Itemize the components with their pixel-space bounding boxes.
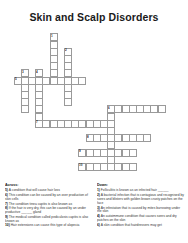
- grid-cell[interactable]: [64, 98, 72, 106]
- grid-cell[interactable]: [78, 77, 86, 85]
- clue-number-marker: 5: [15, 77, 17, 80]
- clue-text: A bacterial infection that is contagious…: [97, 193, 184, 204]
- clue-item: 3) An infestation that is caused by mite…: [97, 205, 185, 213]
- crossword-grid: 12345678910: [0, 0, 188, 183]
- grid-cell[interactable]: [129, 149, 137, 157]
- clue-number-marker: 2: [65, 48, 67, 51]
- clue-number-marker: 4: [36, 70, 38, 73]
- down-clue-list: 1) Folliculitis is known as an infected …: [97, 188, 185, 226]
- clue-text: Folliculitis is known as an infected hai…: [101, 188, 169, 192]
- clue-item: 5) A condition that will cause hair loss: [5, 188, 93, 192]
- across-clues: Across: 5) A condition that will cause h…: [5, 183, 93, 228]
- clue-item: 4) An autoimmune condition that causes s…: [97, 214, 185, 222]
- clue-item: 2) A bacterial infection that is contagi…: [97, 193, 185, 205]
- clue-number-marker: 3: [22, 70, 24, 73]
- clue-number-marker: 1: [51, 34, 53, 37]
- clue-number-marker: 7: [36, 120, 38, 123]
- grid-cell[interactable]: [21, 105, 29, 113]
- clue-item: 9) The medical condition called pediculo…: [5, 215, 93, 223]
- clue-item: 10) Hair extensions can cause this type …: [5, 223, 93, 227]
- clue-text: Hair extensions can cause this type of a…: [11, 223, 80, 227]
- clue-item: 1) Folliculitis is known as an infected …: [97, 188, 185, 192]
- clue-text: An autoimmune condition that causes sore…: [97, 214, 177, 221]
- clue-item: 6) A skin condition that hairdressers ma…: [97, 222, 185, 226]
- clue-number-marker: 8: [87, 135, 89, 138]
- clue-number-marker: 6: [108, 106, 110, 109]
- across-header: Across:: [5, 183, 93, 187]
- clue-text: A skin condition that hairdressers may g…: [101, 222, 162, 226]
- clue-number-marker: 10: [79, 163, 82, 166]
- down-clues: Down: 1) Folliculitis is known as an inf…: [97, 183, 185, 227]
- clue-text: An infestation that is caused by mites b…: [97, 205, 180, 212]
- down-header: Down:: [97, 183, 185, 187]
- across-clue-list: 5) A condition that will cause hair loss…: [5, 188, 93, 227]
- clue-text: The medical condition called pediculosis…: [5, 215, 88, 222]
- clue-text: The condition tinea capitis is also know…: [9, 201, 72, 205]
- clue-item: 8) If the hair is very dry, this can be …: [5, 206, 93, 214]
- grid-cell[interactable]: [143, 134, 151, 142]
- clue-text: This condition can be caused by an over …: [5, 193, 88, 200]
- clue-text: A condition that will cause hair loss: [9, 188, 60, 192]
- clue-text: If the hair is very dry, this can be cau…: [5, 206, 86, 213]
- clue-item: 7) The condition tinea capitis is also k…: [5, 201, 93, 205]
- grid-cell[interactable]: [158, 105, 166, 113]
- grid-cell[interactable]: [129, 163, 137, 171]
- clue-item: 6) This condition can be caused by an ov…: [5, 193, 93, 201]
